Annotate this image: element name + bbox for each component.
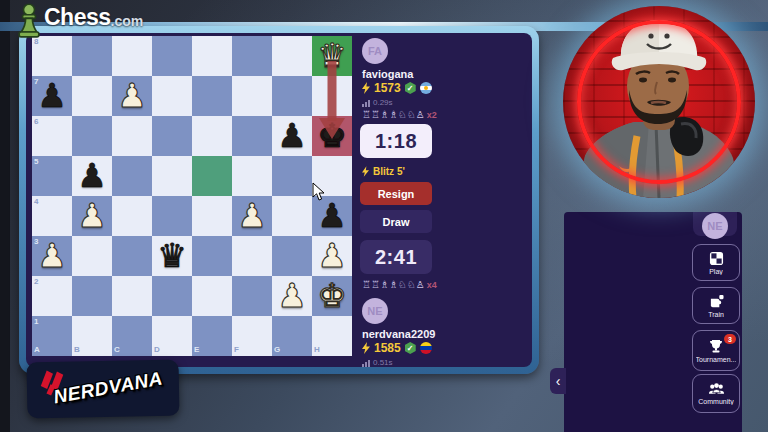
tournaments-badge: 3 bbox=[724, 334, 736, 344]
square-e5[interactable] bbox=[192, 156, 232, 196]
draw-label: Draw bbox=[383, 216, 410, 228]
bottom-player-ping-row: 0.51s bbox=[362, 358, 393, 367]
resign-button[interactable]: Resign bbox=[360, 182, 432, 205]
square-a6[interactable]: 6 bbox=[32, 116, 72, 156]
top-avatar-initials: FA bbox=[368, 45, 382, 57]
square-f5[interactable] bbox=[232, 156, 272, 196]
bottom-captured-pieces: ♖♖♗♗♘♘♙ bbox=[362, 279, 425, 290]
white-P-piece[interactable]: ♟ bbox=[312, 236, 352, 276]
white-P-piece[interactable]: ♟ bbox=[112, 76, 152, 116]
square-a1[interactable]: 1A bbox=[32, 316, 72, 356]
black-P-piece[interactable]: ♟ bbox=[72, 156, 112, 196]
top-player-ping: 0.29s bbox=[373, 98, 393, 107]
square-d2[interactable] bbox=[152, 276, 192, 316]
square-d8[interactable] bbox=[152, 36, 192, 76]
neon-ring bbox=[577, 20, 741, 184]
square-b4[interactable]: ♟ bbox=[72, 196, 112, 236]
chesscom-pawn-icon bbox=[14, 2, 44, 38]
square-c6[interactable] bbox=[112, 116, 152, 156]
square-a7[interactable]: 7♟ bbox=[32, 76, 72, 116]
square-c4[interactable] bbox=[112, 196, 152, 236]
rank-label: 7 bbox=[34, 78, 38, 86]
top-player-rating: 1573 bbox=[374, 81, 401, 95]
white-P-piece[interactable]: ♟ bbox=[272, 276, 312, 316]
square-h3[interactable]: ♟ bbox=[312, 236, 352, 276]
square-a5[interactable]: 5 bbox=[32, 156, 72, 196]
puzzle-icon bbox=[709, 294, 724, 309]
square-f3[interactable] bbox=[232, 236, 272, 276]
signal-bars-icon bbox=[362, 100, 370, 107]
square-c8[interactable] bbox=[112, 36, 152, 76]
argentina-flag-icon bbox=[420, 82, 432, 94]
square-d4[interactable] bbox=[152, 196, 192, 236]
sidebar-label-train: Train bbox=[708, 311, 724, 318]
square-g1[interactable]: G bbox=[272, 316, 312, 356]
square-d6[interactable] bbox=[152, 116, 192, 156]
black-Q-piece[interactable]: ♛ bbox=[152, 236, 192, 276]
game-side-panel: FA faviogana 1573 ✓ 0.29s ♖♖♗♗♘♘♙ x2 1:1… bbox=[352, 36, 532, 366]
file-label: H bbox=[314, 346, 320, 354]
square-d7[interactable] bbox=[152, 76, 192, 116]
chesscom-logo: Chess.com bbox=[14, 2, 143, 40]
sidebar-label-tournaments: Tournamen... bbox=[696, 356, 737, 363]
square-e4[interactable] bbox=[192, 196, 232, 236]
rank-label: 4 bbox=[34, 198, 38, 206]
file-label: E bbox=[194, 346, 199, 354]
square-a2[interactable]: 2 bbox=[32, 276, 72, 316]
file-label: G bbox=[274, 346, 280, 354]
square-h6[interactable]: ♚ bbox=[312, 116, 352, 156]
square-h8[interactable]: ♛ bbox=[312, 36, 352, 76]
square-d1[interactable]: D bbox=[152, 316, 192, 356]
stream-frame: { "game": "chess", "position": { "fen": … bbox=[0, 0, 768, 432]
chevron-left-icon: ‹ bbox=[556, 373, 561, 389]
square-c2[interactable] bbox=[112, 276, 152, 316]
square-f6[interactable] bbox=[232, 116, 272, 156]
square-f8[interactable] bbox=[232, 36, 272, 76]
square-b2[interactable] bbox=[72, 276, 112, 316]
square-d3[interactable]: ♛ bbox=[152, 236, 192, 276]
bottom-player-rating: 1585 bbox=[374, 341, 401, 355]
rank-label: 2 bbox=[34, 278, 38, 286]
draw-button[interactable]: Draw bbox=[360, 210, 432, 233]
black-P-piece[interactable]: ♟ bbox=[312, 196, 352, 236]
square-f1[interactable]: F bbox=[232, 316, 272, 356]
square-g7[interactable] bbox=[272, 76, 312, 116]
square-f7[interactable] bbox=[232, 76, 272, 116]
people-icon bbox=[708, 382, 725, 396]
top-player-rating-row: 1573 ✓ bbox=[362, 81, 432, 95]
chess-board[interactable]: 8♛7♟♟6♟♚5♟4♟♟♟3♟♛♟2♟♚1ABCDEFGH bbox=[32, 36, 352, 356]
top-player-ping-row: 0.29s bbox=[362, 98, 393, 107]
app-avatar-initials: NE bbox=[707, 220, 722, 232]
square-b8[interactable] bbox=[72, 36, 112, 76]
bottom-avatar-initials: NE bbox=[367, 305, 382, 317]
square-f2[interactable] bbox=[232, 276, 272, 316]
file-label: F bbox=[234, 346, 239, 354]
bottom-clock-time: 2:41 bbox=[375, 246, 417, 269]
collapse-chevron[interactable]: ‹ bbox=[550, 368, 566, 394]
square-c3[interactable] bbox=[112, 236, 152, 276]
top-captured-multiplier: x2 bbox=[427, 110, 437, 120]
black-P-piece[interactable]: ♟ bbox=[272, 116, 312, 156]
file-label: D bbox=[154, 346, 160, 354]
square-g3[interactable] bbox=[272, 236, 312, 276]
signal-bars-icon bbox=[362, 360, 370, 367]
sidebar-label-community: Community bbox=[698, 398, 733, 405]
square-e7[interactable] bbox=[192, 76, 232, 116]
top-player-avatar[interactable]: FA bbox=[362, 38, 388, 64]
white-K-piece[interactable]: ♚ bbox=[312, 276, 352, 316]
square-g4[interactable] bbox=[272, 196, 312, 236]
bottom-captured-row: ♖♖♗♗♘♘♙ x4 bbox=[362, 279, 437, 290]
game-mode-label: Blitz 5' bbox=[362, 166, 405, 177]
square-e8[interactable] bbox=[192, 36, 232, 76]
file-label: C bbox=[114, 346, 120, 354]
bottom-player-name[interactable]: nerdvana2209 bbox=[362, 328, 435, 340]
rank-label: 3 bbox=[34, 238, 38, 246]
square-a8[interactable]: 8 bbox=[32, 36, 72, 76]
sidebar-label-play: Play bbox=[709, 268, 723, 275]
top-player-name[interactable]: faviogana bbox=[362, 68, 413, 80]
square-b5[interactable]: ♟ bbox=[72, 156, 112, 196]
square-h2[interactable]: ♚ bbox=[312, 276, 352, 316]
rank-label: 6 bbox=[34, 118, 38, 126]
file-label: A bbox=[34, 346, 40, 354]
square-g5[interactable] bbox=[272, 156, 312, 196]
sidebar-item-play[interactable]: Play bbox=[692, 244, 740, 281]
resign-label: Resign bbox=[378, 188, 415, 200]
square-f4[interactable]: ♟ bbox=[232, 196, 272, 236]
square-e3[interactable] bbox=[192, 236, 232, 276]
bolt-icon bbox=[362, 82, 370, 94]
file-label: B bbox=[74, 346, 80, 354]
square-c5[interactable] bbox=[112, 156, 152, 196]
bottom-player-avatar[interactable]: NE bbox=[362, 298, 388, 324]
trophy-icon bbox=[708, 338, 724, 354]
square-g6[interactable]: ♟ bbox=[272, 116, 312, 156]
logo-tld: .com bbox=[111, 2, 144, 40]
rank-label: 1 bbox=[34, 318, 38, 326]
square-b3[interactable] bbox=[72, 236, 112, 276]
square-h1[interactable]: H bbox=[312, 316, 352, 356]
play-board-icon bbox=[709, 251, 724, 266]
square-a3[interactable]: 3♟ bbox=[32, 236, 72, 276]
square-a4[interactable]: 4 bbox=[32, 196, 72, 236]
white-P-piece[interactable]: ♟ bbox=[72, 196, 112, 236]
app-avatar[interactable]: NE bbox=[702, 213, 728, 239]
top-clock-time: 1:18 bbox=[375, 130, 417, 153]
rank-label: 5 bbox=[34, 158, 38, 166]
bottom-player-clock: 2:41 bbox=[360, 240, 432, 274]
square-b1[interactable]: B bbox=[72, 316, 112, 356]
white-Q-piece[interactable]: ♛ bbox=[312, 36, 352, 76]
top-captured-row: ♖♖♗♗♘♘♙ x2 bbox=[362, 109, 437, 120]
webcam-feed bbox=[563, 6, 755, 198]
square-e6[interactable] bbox=[192, 116, 232, 156]
sidebar-item-community[interactable]: Community bbox=[692, 374, 740, 413]
logo-brand: Chess bbox=[44, 2, 111, 32]
black-K-piece[interactable]: ♚ bbox=[312, 116, 352, 156]
square-b7[interactable] bbox=[72, 76, 112, 116]
square-c1[interactable]: C bbox=[112, 316, 152, 356]
bottom-player-rating-row: 1585 ✓ bbox=[362, 341, 432, 355]
bolt-icon bbox=[362, 166, 369, 177]
bolt-icon bbox=[362, 342, 370, 354]
square-h5[interactable] bbox=[312, 156, 352, 196]
sidebar-item-train[interactable]: Train bbox=[692, 287, 740, 324]
square-h4[interactable]: ♟ bbox=[312, 196, 352, 236]
bottom-player-ping: 0.51s bbox=[373, 358, 393, 367]
square-g2[interactable]: ♟ bbox=[272, 276, 312, 316]
square-c7[interactable]: ♟ bbox=[112, 76, 152, 116]
venezuela-flag-icon bbox=[420, 342, 432, 354]
square-d5[interactable] bbox=[152, 156, 192, 196]
square-g8[interactable] bbox=[272, 36, 312, 76]
top-captured-pieces: ♖♖♗♗♘♘♙ bbox=[362, 109, 425, 120]
verified-badge-icon: ✓ bbox=[405, 342, 416, 354]
sidebar-item-tournaments[interactable]: Tournamen... 3 bbox=[692, 330, 740, 371]
square-b6[interactable] bbox=[72, 116, 112, 156]
nerdvana-banner: NERDVANA bbox=[27, 360, 180, 419]
verified-badge-icon: ✓ bbox=[405, 82, 416, 94]
white-P-piece[interactable]: ♟ bbox=[232, 196, 272, 236]
bottom-captured-multiplier: x4 bbox=[427, 280, 437, 290]
square-h7[interactable] bbox=[312, 76, 352, 116]
square-e2[interactable] bbox=[192, 276, 232, 316]
top-player-clock: 1:18 bbox=[360, 124, 432, 158]
game-mode-text: Blitz 5' bbox=[373, 166, 405, 177]
app-panel: NE Play Train Tournamen... 3 bbox=[564, 212, 742, 432]
square-e1[interactable]: E bbox=[192, 316, 232, 356]
